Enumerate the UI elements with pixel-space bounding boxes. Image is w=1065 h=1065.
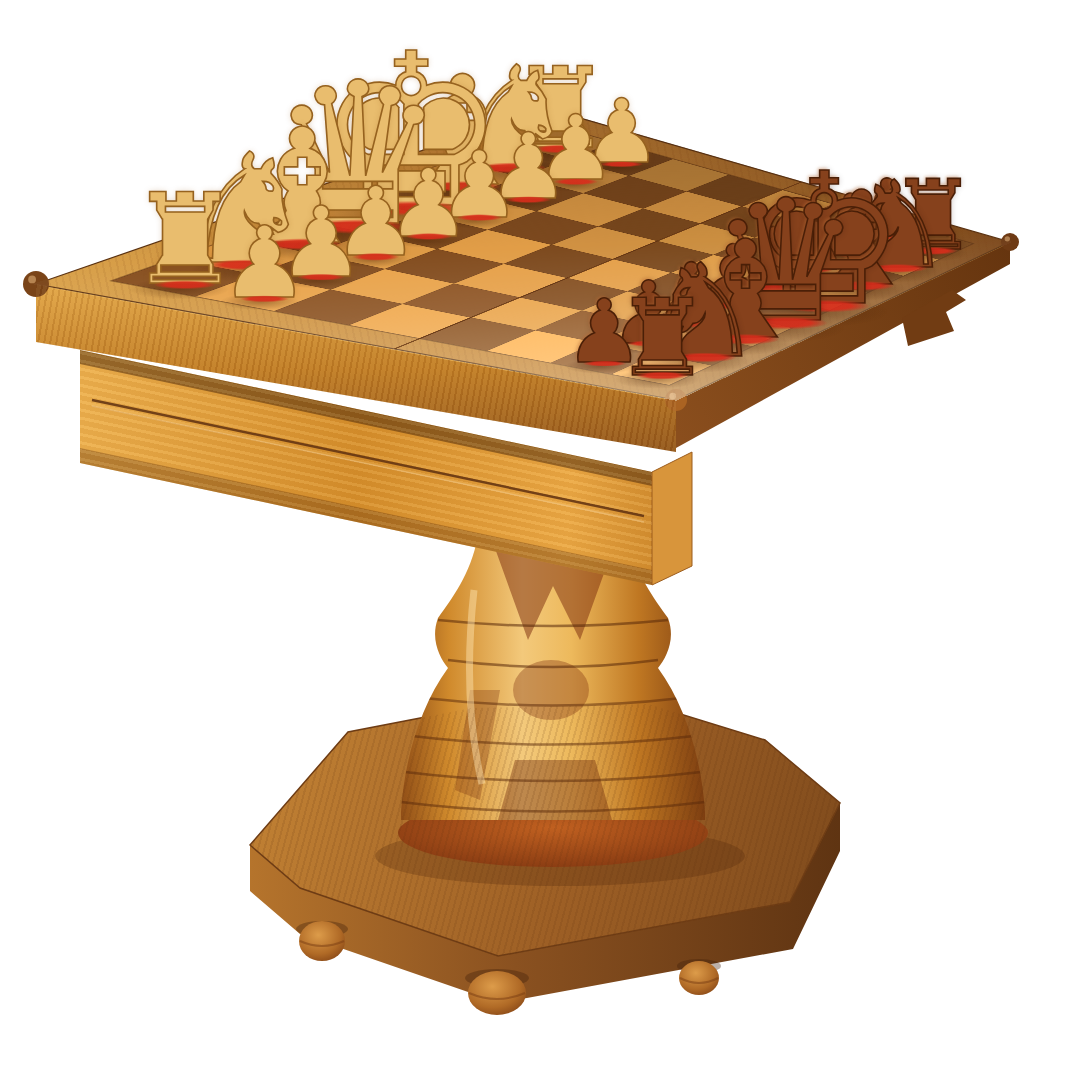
pieces-layer: ♜♟♞♟♝♟♚♟♛♟♟♝♜♟♟♞♞♟♟♜♝♟♟♚♟♛♟♝♟♞♟♜: [0, 0, 1065, 1065]
piece-white-pawn[interactable]: ♟: [220, 214, 309, 313]
piece-black-rook[interactable]: ♜: [615, 284, 711, 391]
chess-table-photo: ♜♟♞♟♝♟♚♟♛♟♟♝♜♟♟♞♞♟♟♜♝♟♟♚♟♛♟♝♟♞♟♜: [0, 0, 1065, 1065]
